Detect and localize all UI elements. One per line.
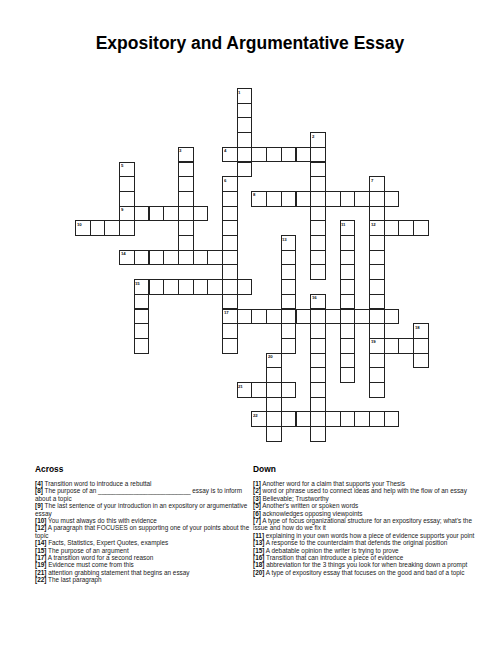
clue: [18] abbreviation for the 3 things you l… (253, 561, 475, 568)
clue: [2] word or phrase used to connect ideas… (253, 487, 475, 494)
cell-number: 4 (224, 148, 226, 152)
clue: [15] The purpose of an argument (35, 547, 253, 554)
grid-cell[interactable] (163, 206, 179, 222)
grid-cell[interactable] (296, 411, 312, 427)
grid-cell[interactable] (266, 411, 282, 427)
grid-cell[interactable] (149, 206, 165, 222)
grid-cell[interactable] (237, 132, 253, 148)
grid-cell[interactable] (237, 309, 253, 325)
down-clues-section: Down [1] Another word for a claim that s… (253, 464, 475, 576)
clue: [15] A debatable opinion the writer is t… (253, 547, 475, 554)
clue: [17] A transition word for a second reas… (35, 554, 253, 561)
grid-cell[interactable] (340, 294, 356, 310)
grid-cell[interactable] (325, 411, 341, 427)
clue-number: [21] (35, 569, 46, 576)
grid-cell[interactable] (134, 250, 150, 266)
clue-number: [17] (35, 554, 46, 561)
cell-number: 8 (253, 192, 255, 196)
grid-cell[interactable] (310, 353, 326, 369)
cell-number: 2 (312, 134, 314, 138)
grid-cell[interactable] (310, 323, 326, 339)
grid-cell[interactable] (178, 235, 194, 251)
grid-cell[interactable] (281, 264, 297, 280)
grid-cell[interactable] (325, 309, 341, 325)
clue-number: [15] (35, 547, 46, 554)
cell-number: 15 (135, 281, 140, 285)
clue: [1] Another word for a claim that suppor… (253, 480, 475, 487)
grid-cell[interactable] (354, 411, 370, 427)
grid-cell[interactable] (310, 264, 326, 280)
grid-cell[interactable] (398, 220, 414, 236)
grid-cell[interactable] (149, 250, 165, 266)
clue-number: [14] (35, 539, 46, 546)
clue: [12] A paragraph that FOCUSES on support… (35, 524, 253, 539)
grid-cell[interactable] (369, 411, 385, 427)
clue-number: [9] (35, 502, 43, 509)
grid-cell[interactable] (266, 382, 282, 398)
grid-cell[interactable] (340, 411, 356, 427)
across-clues-section: Across [4] Transition word to introduce … (35, 464, 253, 584)
grid-cell[interactable] (369, 235, 385, 251)
grid-cell[interactable] (310, 176, 326, 192)
grid-cell[interactable] (237, 117, 253, 133)
grid-cell[interactable] (281, 294, 297, 310)
grid-cell[interactable] (384, 338, 400, 354)
grid-cell[interactable] (178, 279, 194, 295)
grid-cell[interactable] (310, 147, 326, 163)
grid-cell[interactable] (340, 338, 356, 354)
clue: [7] A type of focus organizational struc… (253, 517, 475, 532)
grid-cell[interactable] (369, 279, 385, 295)
grid-cell[interactable] (354, 191, 370, 207)
grid-cell[interactable] (178, 206, 194, 222)
grid-cell[interactable] (310, 397, 326, 413)
clue: [19] Evidence must come from this (35, 561, 253, 568)
grid-cell[interactable] (340, 367, 356, 383)
grid-cell[interactable] (340, 353, 356, 369)
grid-cell[interactable] (193, 206, 209, 222)
grid-cell[interactable] (340, 279, 356, 295)
grid-cell[interactable] (193, 279, 209, 295)
clue-number: [22] (35, 576, 46, 583)
grid-cell[interactable] (369, 250, 385, 266)
clue-number: [16] (253, 554, 264, 561)
grid-cell[interactable] (340, 191, 356, 207)
grid-cell[interactable] (310, 162, 326, 178)
cell-number: 5 (121, 163, 123, 167)
grid-cell[interactable] (384, 411, 400, 427)
grid-cell[interactable] (222, 220, 238, 236)
clue: [16] Transition that can introduce a pie… (253, 554, 475, 561)
grid-cell[interactable] (266, 309, 282, 325)
grid-cell[interactable] (369, 206, 385, 222)
grid-cell[interactable] (340, 235, 356, 251)
clue: [9] The last sentence of your introducti… (35, 502, 253, 517)
clue: [8] The purpose of an __________________… (35, 487, 253, 502)
grid-cell[interactable] (237, 147, 253, 163)
cell-number: 6 (224, 178, 226, 182)
grid-cell[interactable] (310, 367, 326, 383)
clue: [21] attention grabbing statement that b… (35, 569, 253, 576)
grid-cell[interactable] (119, 220, 135, 236)
grid-cell[interactable] (369, 264, 385, 280)
grid-cell[interactable] (310, 235, 326, 251)
grid-cell[interactable] (222, 338, 238, 354)
clue: [3] Believable; Trustworthy (253, 495, 475, 502)
grid-cell[interactable] (281, 279, 297, 295)
clue-number: [13] (253, 539, 264, 546)
cell-number: 9 (121, 207, 123, 211)
grid-cell[interactable] (325, 191, 341, 207)
grid-cell[interactable] (251, 309, 267, 325)
grid-cell[interactable] (178, 176, 194, 192)
grid-cell[interactable] (251, 147, 267, 163)
grid-cell[interactable] (354, 309, 370, 325)
cell-number: 18 (415, 325, 420, 329)
down-clues-list: [1] Another word for a claim that suppor… (253, 480, 475, 576)
grid-cell[interactable] (222, 264, 238, 280)
clue: [14] Facts, Statistics, Expert Quotes, e… (35, 539, 253, 546)
cell-number: 7 (371, 178, 373, 182)
grid-cell[interactable] (310, 382, 326, 398)
grid-cell[interactable] (310, 191, 326, 207)
cell-number: 20 (268, 354, 273, 358)
cell-number: 21 (238, 384, 243, 388)
grid-cell[interactable] (134, 309, 150, 325)
clue: [22] The last paragraph (35, 576, 253, 583)
clue-number: [4] (35, 480, 43, 487)
grid-cell[interactable] (178, 250, 194, 266)
clue: [11] explaining in your own words how a … (253, 532, 475, 539)
grid-cell[interactable] (281, 338, 297, 354)
grid-cell[interactable] (281, 382, 297, 398)
clue-number: [11] (253, 532, 264, 539)
cell-number: 17 (224, 310, 229, 314)
grid-cell[interactable] (90, 220, 106, 236)
grid-cell[interactable] (413, 220, 429, 236)
cell-number: 16 (312, 295, 317, 299)
grid-cell[interactable] (178, 220, 194, 236)
across-clues-list: [4] Transition word to introduce a rebut… (35, 480, 253, 584)
cell-number: 1 (238, 90, 240, 94)
grid-cell[interactable] (398, 338, 414, 354)
grid-cell[interactable] (134, 338, 150, 354)
grid-cell[interactable] (237, 279, 253, 295)
grid-cell[interactable] (266, 397, 282, 413)
grid-cell[interactable] (266, 191, 282, 207)
grid-cell[interactable] (222, 235, 238, 251)
grid-cell[interactable] (369, 323, 385, 339)
grid-cell[interactable] (369, 309, 385, 325)
clue-number: [20] (253, 569, 264, 576)
grid-cell[interactable] (207, 279, 223, 295)
cell-number: 14 (121, 251, 126, 255)
clue: [4] Transition word to introduce a rebut… (35, 480, 253, 487)
grid-cell[interactable] (149, 279, 165, 295)
clue: [6] acknowledges opposing viewpoints (253, 510, 475, 517)
grid-cell[interactable] (104, 220, 120, 236)
grid-cell[interactable] (296, 309, 312, 325)
grid-cell[interactable] (281, 411, 297, 427)
grid-cell[interactable] (222, 250, 238, 266)
grid-cell[interactable] (119, 176, 135, 192)
grid-cell[interactable] (281, 191, 297, 207)
cell-number: 11 (341, 222, 345, 226)
clue-number: [5] (253, 502, 261, 509)
grid-cell[interactable] (281, 250, 297, 266)
clue-number: [7] (253, 517, 261, 524)
cell-number: 10 (77, 222, 82, 226)
grid-cell[interactable] (134, 294, 150, 310)
grid-cell[interactable] (340, 250, 356, 266)
grid-cell[interactable] (384, 309, 400, 325)
grid-cell[interactable] (134, 206, 150, 222)
page: { "game": "crossword", "title": "Exposit… (0, 0, 500, 647)
grid-cell[interactable] (340, 309, 356, 325)
clue: [5] Another's written or spoken words (253, 502, 475, 509)
cell-number: 13 (282, 237, 287, 241)
grid-cell[interactable] (369, 191, 385, 207)
grid-cell[interactable] (237, 162, 253, 178)
puzzle-title: Expository and Argumentative Essay (0, 33, 500, 54)
grid-cell[interactable] (384, 191, 400, 207)
grid-cell[interactable] (310, 206, 326, 222)
grid-cell[interactable] (413, 353, 429, 369)
grid-cell[interactable] (266, 147, 282, 163)
grid-cell[interactable] (251, 382, 267, 398)
clue-number: [3] (253, 495, 261, 502)
grid-cell[interactable] (369, 382, 385, 398)
grid-cell[interactable] (384, 220, 400, 236)
grid-cell[interactable] (296, 147, 312, 163)
grid-cell[interactable] (340, 264, 356, 280)
grid-cell[interactable] (222, 294, 238, 310)
clue-number: [2] (253, 487, 261, 494)
cell-number: 12 (371, 222, 376, 226)
grid-cell[interactable] (237, 103, 253, 119)
across-header: Across (35, 464, 253, 474)
grid-cell[interactable] (222, 191, 238, 207)
grid-cell[interactable] (163, 250, 179, 266)
grid-cell[interactable] (296, 191, 312, 207)
grid-cell[interactable] (222, 323, 238, 339)
clue-number: [18] (253, 561, 264, 568)
grid-cell[interactable] (193, 250, 209, 266)
grid-cell[interactable] (310, 309, 326, 325)
clue-number: [12] (35, 524, 46, 531)
grid-cell[interactable] (310, 220, 326, 236)
grid-cell[interactable] (222, 279, 238, 295)
grid-cell[interactable] (310, 338, 326, 354)
clue-number: [8] (35, 487, 43, 494)
grid-cell[interactable] (266, 367, 282, 383)
grid-cell[interactable] (281, 309, 297, 325)
grid-cell[interactable] (310, 411, 326, 427)
grid-cell[interactable] (369, 294, 385, 310)
grid-cell[interactable] (340, 323, 356, 339)
clue-number: [6] (253, 510, 261, 517)
clue-number: [19] (35, 561, 46, 568)
grid-cell[interactable] (281, 323, 297, 339)
grid-cell[interactable] (163, 279, 179, 295)
grid-cell[interactable] (369, 353, 385, 369)
clue: [20] A type of expository essay that foc… (253, 569, 475, 576)
clue-number: [10] (35, 517, 46, 524)
grid-cell[interactable] (207, 250, 223, 266)
clue: [10] You must always do this with eviden… (35, 517, 253, 524)
grid-cell[interactable] (310, 426, 326, 442)
clue: [13] A response to the counterclaim that… (253, 539, 475, 546)
cell-number: 19 (371, 339, 376, 343)
cell-number: 22 (253, 413, 258, 417)
grid-cell[interactable] (178, 162, 194, 178)
grid-cell[interactable] (178, 191, 194, 207)
grid-cell[interactable] (119, 191, 135, 207)
down-header: Down (253, 464, 475, 474)
grid-cell[interactable] (369, 367, 385, 383)
clue-number: [1] (253, 480, 261, 487)
crossword-grid: 12345678910111213141516171819202122 (75, 88, 429, 442)
grid-cell[interactable] (222, 206, 238, 222)
grid-cell[interactable] (413, 338, 429, 354)
grid-cell[interactable] (310, 250, 326, 266)
grid-cell[interactable] (134, 323, 150, 339)
clue-number: [15] (253, 547, 264, 554)
grid-cell[interactable] (266, 426, 282, 442)
grid-cell[interactable] (281, 147, 297, 163)
